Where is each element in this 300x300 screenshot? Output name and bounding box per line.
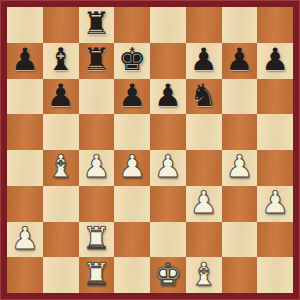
square-d2[interactable] [114,222,150,258]
square-e8[interactable] [150,7,186,43]
square-b4[interactable]: ♝ [43,150,79,186]
square-d4[interactable]: ♟ [114,150,150,186]
square-g3[interactable] [222,186,258,222]
piece-black-knight[interactable]: ♞ [190,80,218,111]
square-a3[interactable] [7,186,43,222]
piece-black-pawn[interactable]: ♟ [190,44,218,75]
square-f5[interactable] [186,114,222,150]
square-e5[interactable] [150,114,186,150]
square-f1[interactable]: ♝ [186,257,222,293]
square-a2[interactable]: ♟ [7,222,43,258]
piece-black-pawn[interactable]: ♟ [47,80,75,111]
piece-black-pawn[interactable]: ♟ [225,44,253,75]
square-g5[interactable] [222,114,258,150]
square-h4[interactable] [257,150,293,186]
square-f3[interactable]: ♟ [186,186,222,222]
square-b8[interactable] [43,7,79,43]
square-g7[interactable]: ♟ [222,43,258,79]
square-h5[interactable] [257,114,293,150]
square-e2[interactable] [150,222,186,258]
square-f4[interactable] [186,150,222,186]
square-d5[interactable] [114,114,150,150]
square-e6[interactable]: ♟ [150,79,186,115]
square-d3[interactable] [114,186,150,222]
square-c7[interactable]: ♜ [79,43,115,79]
piece-black-rook[interactable]: ♜ [82,8,110,39]
square-b2[interactable] [43,222,79,258]
piece-white-pawn[interactable]: ♟ [154,151,182,182]
piece-white-bishop[interactable]: ♝ [47,151,75,182]
square-f2[interactable] [186,222,222,258]
square-e7[interactable] [150,43,186,79]
piece-black-pawn[interactable]: ♟ [11,44,39,75]
square-c4[interactable]: ♟ [79,150,115,186]
square-g4[interactable]: ♟ [222,150,258,186]
square-h7[interactable]: ♟ [257,43,293,79]
square-e3[interactable] [150,186,186,222]
square-g2[interactable] [222,222,258,258]
piece-white-pawn[interactable]: ♟ [190,187,218,218]
piece-black-pawn[interactable]: ♟ [261,44,289,75]
square-b6[interactable]: ♟ [43,79,79,115]
square-g6[interactable] [222,79,258,115]
square-a8[interactable] [7,7,43,43]
chess-board-frame: ♜♟♝♜♚♟♟♟♟♟♟♞♝♟♟♟♟♟♟♟♜♜♚♝ [0,0,300,300]
square-c6[interactable] [79,79,115,115]
square-a1[interactable] [7,257,43,293]
square-b3[interactable] [43,186,79,222]
piece-white-rook[interactable]: ♜ [82,223,110,254]
square-h1[interactable] [257,257,293,293]
piece-white-pawn[interactable]: ♟ [261,187,289,218]
square-f8[interactable] [186,7,222,43]
square-h6[interactable] [257,79,293,115]
square-d8[interactable] [114,7,150,43]
square-a5[interactable] [7,114,43,150]
square-d1[interactable] [114,257,150,293]
piece-white-king[interactable]: ♚ [154,259,182,290]
square-d6[interactable]: ♟ [114,79,150,115]
square-b5[interactable] [43,114,79,150]
piece-black-king[interactable]: ♚ [118,44,146,75]
square-f6[interactable]: ♞ [186,79,222,115]
square-h3[interactable]: ♟ [257,186,293,222]
piece-white-rook[interactable]: ♜ [82,259,110,290]
square-f7[interactable]: ♟ [186,43,222,79]
piece-white-pawn[interactable]: ♟ [11,223,39,254]
piece-white-pawn[interactable]: ♟ [118,151,146,182]
chess-board: ♜♟♝♜♚♟♟♟♟♟♟♞♝♟♟♟♟♟♟♟♜♜♚♝ [7,7,293,293]
piece-black-rook[interactable]: ♜ [82,44,110,75]
square-g1[interactable] [222,257,258,293]
square-b1[interactable] [43,257,79,293]
piece-white-bishop[interactable]: ♝ [190,259,218,290]
square-h2[interactable] [257,222,293,258]
square-a4[interactable] [7,150,43,186]
square-b7[interactable]: ♝ [43,43,79,79]
piece-white-pawn[interactable]: ♟ [82,151,110,182]
square-g8[interactable] [222,7,258,43]
piece-black-pawn[interactable]: ♟ [154,80,182,111]
square-c3[interactable] [79,186,115,222]
square-e1[interactable]: ♚ [150,257,186,293]
square-h8[interactable] [257,7,293,43]
piece-black-pawn[interactable]: ♟ [118,80,146,111]
square-c2[interactable]: ♜ [79,222,115,258]
square-d7[interactable]: ♚ [114,43,150,79]
square-c5[interactable] [79,114,115,150]
square-c1[interactable]: ♜ [79,257,115,293]
square-a7[interactable]: ♟ [7,43,43,79]
piece-white-pawn[interactable]: ♟ [225,151,253,182]
square-e4[interactable]: ♟ [150,150,186,186]
square-a6[interactable] [7,79,43,115]
piece-black-bishop[interactable]: ♝ [47,44,75,75]
square-c8[interactable]: ♜ [79,7,115,43]
